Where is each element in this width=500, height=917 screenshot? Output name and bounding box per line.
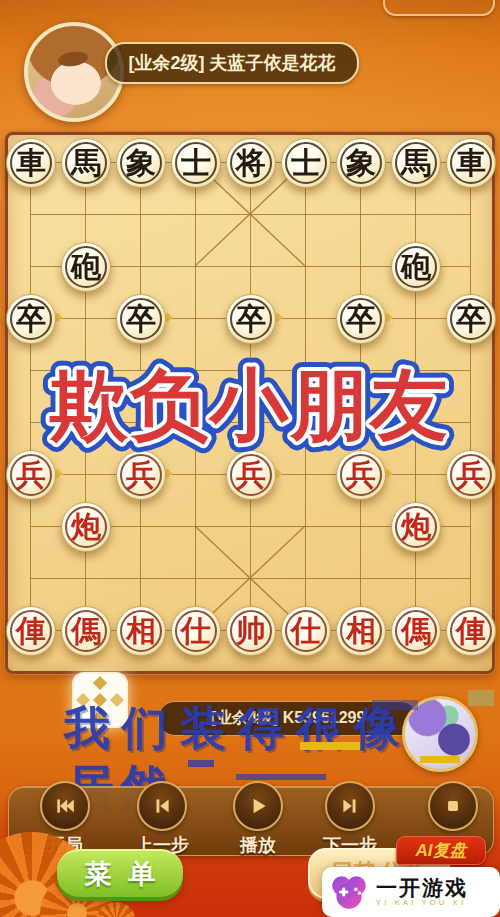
piece-卒-black[interactable]: 卒 [6, 294, 56, 344]
watermark-card: 一开游戏 YI KAI YOU XI [322, 867, 500, 917]
piece-帅-red[interactable]: 帅 [226, 606, 276, 656]
headline-text: 欺负小朋友 [49, 361, 450, 449]
glitch-fragment [468, 690, 494, 706]
piece-glyph: 俥 [16, 616, 46, 646]
piece-卒-black[interactable]: 卒 [446, 294, 496, 344]
piece-炮-red[interactable]: 炮 [61, 502, 111, 552]
glitch-fragment [300, 742, 360, 750]
piece-相-red[interactable]: 相 [336, 606, 386, 656]
piece-馬-black[interactable]: 馬 [61, 138, 111, 188]
piece-glyph: 卒 [16, 304, 46, 334]
piece-士-black[interactable]: 士 [281, 138, 331, 188]
piece-glyph: 馬 [71, 148, 101, 178]
piece-glyph: 士 [291, 148, 321, 178]
piece-仕-red[interactable]: 仕 [281, 606, 331, 656]
button-label: 播放 [222, 833, 294, 857]
piece-将-black[interactable]: 将 [226, 138, 276, 188]
skip-to-start-icon [40, 781, 90, 831]
glitch-fragment [236, 774, 326, 780]
piece-傌-red[interactable]: 傌 [61, 606, 111, 656]
piece-炮-red[interactable]: 炮 [391, 502, 441, 552]
piece-glyph: 兵 [346, 460, 376, 490]
piece-仕-red[interactable]: 仕 [171, 606, 221, 656]
play-icon [233, 781, 283, 831]
piece-砲-black[interactable]: 砲 [391, 242, 441, 292]
piece-glyph: 象 [126, 148, 156, 178]
game-screen: [业余2级] 夫蓝子依是花花 車馬象士将士象馬車砲砲卒卒卒卒卒兵兵兵兵兵炮炮俥傌… [0, 0, 500, 917]
piece-象-black[interactable]: 象 [336, 138, 386, 188]
piece-砲-black[interactable]: 砲 [61, 242, 111, 292]
caption-line-1: 我们装得很像 [64, 698, 412, 760]
piece-glyph: 兵 [236, 460, 266, 490]
piece-glyph: 車 [456, 148, 486, 178]
top-right-cropped-button[interactable] [383, 0, 495, 16]
piece-glyph: 帅 [236, 616, 266, 646]
step-back-button[interactable]: 上一步 [126, 781, 198, 857]
piece-glyph: 車 [16, 148, 46, 178]
piece-glyph: 卒 [346, 304, 376, 334]
step-forward-icon [325, 781, 375, 831]
piece-士-black[interactable]: 士 [171, 138, 221, 188]
glitch-fragment [188, 760, 214, 767]
piece-glyph: 馬 [401, 148, 431, 178]
piece-象-black[interactable]: 象 [116, 138, 166, 188]
piece-glyph: 傌 [71, 616, 101, 646]
piece-glyph: 卒 [126, 304, 156, 334]
glitch-fragment [372, 700, 418, 710]
piece-車-black[interactable]: 車 [446, 138, 496, 188]
piece-glyph: 兵 [126, 460, 156, 490]
piece-glyph: 仕 [181, 616, 211, 646]
step-back-icon [137, 781, 187, 831]
watermark-title: 一开游戏 [376, 877, 468, 899]
piece-glyph: 俥 [456, 616, 486, 646]
menu-button[interactable]: 菜单 [57, 849, 183, 897]
piece-卒-black[interactable]: 卒 [226, 294, 276, 344]
piece-glyph: 炮 [71, 512, 101, 542]
glitch-fragment [420, 756, 460, 763]
brain-gamepad-logo [328, 871, 370, 913]
piece-glyph: 士 [181, 148, 211, 178]
headline-overlay: 欺负小朋友 欺负小朋友 欺负小朋友 [0, 344, 500, 460]
piece-glyph: 相 [126, 616, 156, 646]
ai-review-badge: AI复盘 [396, 836, 486, 865]
play-button[interactable]: 播放 [222, 781, 294, 857]
piece-glyph: 砲 [71, 252, 101, 282]
piece-glyph: 卒 [456, 304, 486, 334]
piece-俥-red[interactable]: 俥 [6, 606, 56, 656]
piece-傌-red[interactable]: 傌 [391, 606, 441, 656]
piece-卒-black[interactable]: 卒 [336, 294, 386, 344]
piece-glyph: 兵 [456, 460, 486, 490]
top-player-name-pill: [业余2级] 夫蓝子依是花花 [105, 42, 359, 84]
watermark-subtitle: YI KAI YOU XI [376, 899, 468, 907]
piece-glyph: 相 [346, 616, 376, 646]
top-player-name: [业余2级] 夫蓝子依是花花 [129, 51, 336, 75]
piece-glyph: 兵 [16, 460, 46, 490]
piece-glyph: 将 [236, 148, 266, 178]
piece-車-black[interactable]: 車 [6, 138, 56, 188]
piece-glyph: 卒 [236, 304, 266, 334]
piece-glyph: 砲 [401, 252, 431, 282]
skip-to-end-icon [428, 781, 478, 831]
piece-卒-black[interactable]: 卒 [116, 294, 166, 344]
piece-glyph: 炮 [401, 512, 431, 542]
piece-俥-red[interactable]: 俥 [446, 606, 496, 656]
step-forward-button[interactable]: 下一步 [314, 781, 386, 857]
piece-glyph: 仕 [291, 616, 321, 646]
piece-馬-black[interactable]: 馬 [391, 138, 441, 188]
piece-glyph: 象 [346, 148, 376, 178]
piece-相-red[interactable]: 相 [116, 606, 166, 656]
hair-fringe-shape [57, 50, 89, 68]
piece-glyph: 傌 [401, 616, 431, 646]
